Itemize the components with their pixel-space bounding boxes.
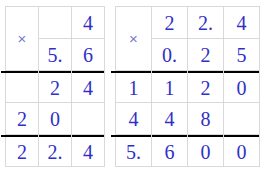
grid-cell: 1: [152, 71, 187, 102]
grid-cell: 2.: [39, 135, 71, 166]
grid-cell: [224, 103, 259, 134]
grid-cell: 5.: [116, 135, 151, 166]
multiply-sign: ×: [6, 7, 38, 70]
grid-cell: 4: [224, 7, 259, 38]
multiplication-grid-left: ×45.6242022.4: [5, 6, 105, 167]
grid-cell: 4: [72, 7, 104, 38]
grid-cell: 0: [224, 135, 259, 166]
grid-cell: 2: [39, 71, 71, 102]
grid-cell: 4: [116, 103, 151, 134]
grid-cell: 4: [152, 103, 187, 134]
grid-cell: 2: [6, 103, 38, 134]
multiplication-worksheet: ×45.6242022.4 ×22.40.2511204485.600: [0, 0, 267, 167]
grid-cell: 5.: [39, 39, 71, 70]
grid-cell: 8: [188, 103, 223, 134]
grid-cell: 4: [72, 135, 104, 166]
rule-line-overhang: [111, 71, 116, 73]
grid-cell: 6: [72, 39, 104, 70]
grid-cell: 0: [39, 103, 71, 134]
grid-cell: 2: [188, 39, 223, 70]
rule-line-overhang: [111, 135, 116, 137]
grid-cell: 2: [6, 135, 38, 166]
grid-cell: 0.: [152, 39, 187, 70]
grid-cell: [72, 103, 104, 134]
multiplication-grid-right: ×22.40.2511204485.600: [115, 6, 260, 167]
grid-cell: 2: [152, 7, 187, 38]
rule-line-overhang: [1, 135, 6, 137]
grid-cell: 2.: [188, 7, 223, 38]
grid-cell: 0: [224, 71, 259, 102]
grid-cell: 0: [188, 135, 223, 166]
rule-line-overhang: [1, 71, 6, 73]
grid-cell: 1: [116, 71, 151, 102]
grid-cell: 6: [152, 135, 187, 166]
grid-cell: [39, 7, 71, 38]
grid-cell: 2: [188, 71, 223, 102]
multiply-sign: ×: [116, 7, 151, 70]
grid-cell: 4: [72, 71, 104, 102]
grid-cell: 5: [224, 39, 259, 70]
grid-cell: [6, 71, 38, 102]
